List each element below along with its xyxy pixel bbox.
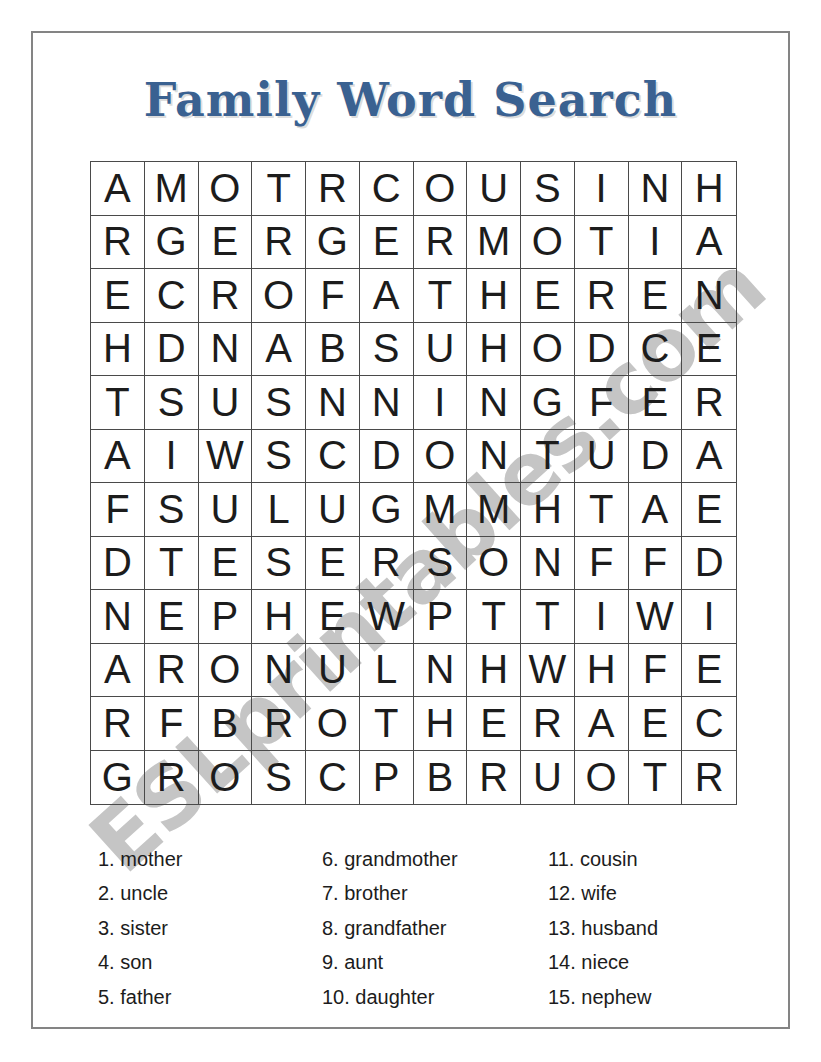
grid-cell-r8c2[interactable]: T bbox=[145, 537, 199, 591]
grid-cell-r6c12[interactable]: A bbox=[682, 430, 736, 484]
grid-cell-r7c4[interactable]: L bbox=[252, 483, 306, 537]
grid-cell-r9c11[interactable]: W bbox=[629, 590, 683, 644]
grid-cell-r10c11[interactable]: F bbox=[629, 644, 683, 698]
grid-cell-r11c12[interactable]: C bbox=[682, 697, 736, 751]
grid-cell-r11c6[interactable]: T bbox=[360, 697, 414, 751]
grid-cell-r3c5[interactable]: F bbox=[306, 269, 360, 323]
grid-cell-r4c7[interactable]: U bbox=[414, 323, 468, 377]
word-list-item-5: 5. father bbox=[98, 986, 322, 1009]
grid-cell-r2c11[interactable]: I bbox=[629, 216, 683, 270]
grid-cell-r6c8[interactable]: N bbox=[467, 430, 521, 484]
grid-cell-r10c10[interactable]: H bbox=[575, 644, 629, 698]
grid-cell-r4c10[interactable]: D bbox=[575, 323, 629, 377]
grid-cell-r12c8[interactable]: R bbox=[467, 751, 521, 805]
word-list-item-13: 13. husband bbox=[548, 917, 658, 940]
grid-cell-r12c11[interactable]: T bbox=[629, 751, 683, 805]
word-list-item-15: 15. nephew bbox=[548, 986, 658, 1009]
grid-cell-r4c9[interactable]: O bbox=[521, 323, 575, 377]
grid-cell-r4c5[interactable]: B bbox=[306, 323, 360, 377]
word-list-item-8: 8. grandfather bbox=[322, 917, 548, 940]
grid-cell-r1c11[interactable]: N bbox=[629, 162, 683, 216]
grid-cell-r2c2[interactable]: G bbox=[145, 216, 199, 270]
grid-cell-r11c8[interactable]: E bbox=[467, 697, 521, 751]
grid-cell-r11c4[interactable]: R bbox=[252, 697, 306, 751]
grid-cell-r11c9[interactable]: R bbox=[521, 697, 575, 751]
grid-cell-r10c4[interactable]: N bbox=[252, 644, 306, 698]
grid-cell-r5c2[interactable]: S bbox=[145, 376, 199, 430]
grid-cell-r9c4[interactable]: H bbox=[252, 590, 306, 644]
grid-cell-r6c2[interactable]: I bbox=[145, 430, 199, 484]
grid-cell-r2c8[interactable]: M bbox=[467, 216, 521, 270]
grid-cell-r3c2[interactable]: C bbox=[145, 269, 199, 323]
word-list-item-7: 7. brother bbox=[322, 882, 548, 905]
word-list-item-4: 4. son bbox=[98, 951, 322, 974]
word-list: 1. mother2. uncle3. sister4. son5. fathe… bbox=[98, 842, 658, 1015]
grid-cell-r1c7[interactable]: O bbox=[414, 162, 468, 216]
grid-cell-r4c4[interactable]: A bbox=[252, 323, 306, 377]
grid-cell-r4c12[interactable]: E bbox=[682, 323, 736, 377]
word-list-item-1: 1. mother bbox=[98, 848, 322, 871]
grid-cell-r12c7[interactable]: B bbox=[414, 751, 468, 805]
grid-cell-r2c5[interactable]: G bbox=[306, 216, 360, 270]
grid-cell-r5c3[interactable]: U bbox=[199, 376, 253, 430]
grid-cell-r8c7[interactable]: S bbox=[414, 537, 468, 591]
word-list-item-14: 14. niece bbox=[548, 951, 658, 974]
grid-cell-r3c6[interactable]: A bbox=[360, 269, 414, 323]
grid-cell-r2c3[interactable]: E bbox=[199, 216, 253, 270]
grid-cell-r3c8[interactable]: H bbox=[467, 269, 521, 323]
worksheet-page: Family Word Search ESLprintables.com AMO… bbox=[31, 31, 790, 1029]
grid-cell-r12c9[interactable]: U bbox=[521, 751, 575, 805]
grid-cell-r12c6[interactable]: P bbox=[360, 751, 414, 805]
grid-cell-r12c10[interactable]: O bbox=[575, 751, 629, 805]
grid-cell-r12c4[interactable]: S bbox=[252, 751, 306, 805]
grid-cell-r6c4[interactable]: S bbox=[252, 430, 306, 484]
grid-cell-r5c4[interactable]: S bbox=[252, 376, 306, 430]
grid-cell-r6c3[interactable]: W bbox=[199, 430, 253, 484]
grid-cell-r4c8[interactable]: H bbox=[467, 323, 521, 377]
grid-cell-r7c3[interactable]: U bbox=[199, 483, 253, 537]
grid-cell-r10c9[interactable]: W bbox=[521, 644, 575, 698]
grid-cell-r11c11[interactable]: E bbox=[629, 697, 683, 751]
grid-cell-r3c3[interactable]: R bbox=[199, 269, 253, 323]
grid-cell-r11c2[interactable]: F bbox=[145, 697, 199, 751]
grid-cell-r3c10[interactable]: R bbox=[575, 269, 629, 323]
grid-cell-r2c4[interactable]: R bbox=[252, 216, 306, 270]
word-list-item-3: 3. sister bbox=[98, 917, 322, 940]
grid-cell-r10c1[interactable]: A bbox=[91, 644, 145, 698]
grid-cell-r5c1[interactable]: T bbox=[91, 376, 145, 430]
grid-cell-r2c1[interactable]: R bbox=[91, 216, 145, 270]
grid-cell-r1c8[interactable]: U bbox=[467, 162, 521, 216]
grid-cell-r7c7[interactable]: M bbox=[414, 483, 468, 537]
grid-cell-r7c12[interactable]: E bbox=[682, 483, 736, 537]
grid-cell-r2c10[interactable]: T bbox=[575, 216, 629, 270]
grid-cell-r2c9[interactable]: O bbox=[521, 216, 575, 270]
grid-cell-r11c1[interactable]: R bbox=[91, 697, 145, 751]
grid-cell-r1c1[interactable]: A bbox=[91, 162, 145, 216]
grid-cell-r4c6[interactable]: S bbox=[360, 323, 414, 377]
grid-cell-r5c7[interactable]: I bbox=[414, 376, 468, 430]
grid-cell-r8c8[interactable]: O bbox=[467, 537, 521, 591]
grid-cell-r2c12[interactable]: A bbox=[682, 216, 736, 270]
grid-cell-r4c1[interactable]: H bbox=[91, 323, 145, 377]
grid-cell-r5c9[interactable]: G bbox=[521, 376, 575, 430]
grid-cell-r8c5[interactable]: E bbox=[306, 537, 360, 591]
word-list-item-10: 10. daughter bbox=[322, 986, 548, 1009]
grid-cell-r11c3[interactable]: B bbox=[199, 697, 253, 751]
grid-cell-r1c4[interactable]: T bbox=[252, 162, 306, 216]
grid-cell-r3c12[interactable]: N bbox=[682, 269, 736, 323]
grid-cell-r11c5[interactable]: O bbox=[306, 697, 360, 751]
grid-cell-r5c5[interactable]: N bbox=[306, 376, 360, 430]
grid-cell-r6c10[interactable]: U bbox=[575, 430, 629, 484]
grid-cell-r5c6[interactable]: N bbox=[360, 376, 414, 430]
grid-cell-r3c11[interactable]: E bbox=[629, 269, 683, 323]
word-list-item-11: 11. cousin bbox=[548, 848, 658, 871]
grid-cell-r9c9[interactable]: T bbox=[521, 590, 575, 644]
grid-cell-r1c2[interactable]: M bbox=[145, 162, 199, 216]
grid-cell-r1c3[interactable]: O bbox=[199, 162, 253, 216]
grid-cell-r10c5[interactable]: U bbox=[306, 644, 360, 698]
grid-cell-r5c10[interactable]: F bbox=[575, 376, 629, 430]
grid-cell-r11c10[interactable]: A bbox=[575, 697, 629, 751]
grid-cell-r3c7[interactable]: T bbox=[414, 269, 468, 323]
grid-cell-r6c9[interactable]: T bbox=[521, 430, 575, 484]
word-list-item-9: 9. aunt bbox=[322, 951, 548, 974]
grid-cell-r7c11[interactable]: A bbox=[629, 483, 683, 537]
grid-cell-r8c12[interactable]: D bbox=[682, 537, 736, 591]
grid-cell-r8c4[interactable]: S bbox=[252, 537, 306, 591]
grid-cell-r9c7[interactable]: P bbox=[414, 590, 468, 644]
grid-cell-r2c6[interactable]: E bbox=[360, 216, 414, 270]
grid-cell-r5c12[interactable]: R bbox=[682, 376, 736, 430]
grid-cell-r8c10[interactable]: F bbox=[575, 537, 629, 591]
grid-cell-r1c10[interactable]: I bbox=[575, 162, 629, 216]
grid-cell-r6c6[interactable]: D bbox=[360, 430, 414, 484]
grid-cell-r9c2[interactable]: E bbox=[145, 590, 199, 644]
word-search-grid: AMOTRCOUSINHRGERGERMOTIAECROFATHERENHDNA… bbox=[90, 161, 737, 805]
grid-cell-r10c7[interactable]: N bbox=[414, 644, 468, 698]
grid-cell-r3c4[interactable]: O bbox=[252, 269, 306, 323]
grid-cell-r8c6[interactable]: R bbox=[360, 537, 414, 591]
grid-cell-r4c11[interactable]: C bbox=[629, 323, 683, 377]
grid-cell-r8c3[interactable]: E bbox=[199, 537, 253, 591]
grid-cell-r7c5[interactable]: U bbox=[306, 483, 360, 537]
grid-cell-r7c1[interactable]: F bbox=[91, 483, 145, 537]
grid-cell-r12c1[interactable]: G bbox=[91, 751, 145, 805]
grid-cell-r12c3[interactable]: O bbox=[199, 751, 253, 805]
grid-cell-r8c9[interactable]: N bbox=[521, 537, 575, 591]
word-list-item-2: 2. uncle bbox=[98, 882, 322, 905]
grid-cell-r1c12[interactable]: H bbox=[682, 162, 736, 216]
grid-cell-r7c2[interactable]: S bbox=[145, 483, 199, 537]
grid-cell-r4c3[interactable]: N bbox=[199, 323, 253, 377]
grid-cell-r9c5[interactable]: E bbox=[306, 590, 360, 644]
grid-cell-r6c11[interactable]: D bbox=[629, 430, 683, 484]
grid-cell-r5c11[interactable]: E bbox=[629, 376, 683, 430]
grid-cell-r12c2[interactable]: R bbox=[145, 751, 199, 805]
grid-cell-r10c3[interactable]: O bbox=[199, 644, 253, 698]
grid-cell-r3c9[interactable]: E bbox=[521, 269, 575, 323]
grid-cell-r1c6[interactable]: C bbox=[360, 162, 414, 216]
grid-cell-r1c5[interactable]: R bbox=[306, 162, 360, 216]
word-list-item-12: 12. wife bbox=[548, 882, 658, 905]
grid-cell-r10c6[interactable]: L bbox=[360, 644, 414, 698]
grid-cell-r10c12[interactable]: E bbox=[682, 644, 736, 698]
grid-cell-r11c7[interactable]: H bbox=[414, 697, 468, 751]
grid-cell-r9c1[interactable]: N bbox=[91, 590, 145, 644]
grid-cell-r1c9[interactable]: S bbox=[521, 162, 575, 216]
grid-cell-r12c12[interactable]: R bbox=[682, 751, 736, 805]
grid-cell-r7c10[interactable]: T bbox=[575, 483, 629, 537]
grid-cell-r10c8[interactable]: H bbox=[467, 644, 521, 698]
grid-cell-r9c8[interactable]: T bbox=[467, 590, 521, 644]
grid-cell-r10c2[interactable]: R bbox=[145, 644, 199, 698]
grid-cell-r6c5[interactable]: C bbox=[306, 430, 360, 484]
grid-cell-r7c8[interactable]: M bbox=[467, 483, 521, 537]
grid-cell-r3c1[interactable]: E bbox=[91, 269, 145, 323]
grid-cell-r4c2[interactable]: D bbox=[145, 323, 199, 377]
word-list-item-6: 6. grandmother bbox=[322, 848, 548, 871]
grid-cell-r12c5[interactable]: C bbox=[306, 751, 360, 805]
grid-cell-r6c1[interactable]: A bbox=[91, 430, 145, 484]
grid-cell-r6c7[interactable]: O bbox=[414, 430, 468, 484]
grid-cell-r7c9[interactable]: H bbox=[521, 483, 575, 537]
page-title: Family Word Search bbox=[33, 73, 788, 127]
grid-cell-r9c3[interactable]: P bbox=[199, 590, 253, 644]
grid-cell-r8c11[interactable]: F bbox=[629, 537, 683, 591]
grid-cell-r9c6[interactable]: W bbox=[360, 590, 414, 644]
grid-cell-r8c1[interactable]: D bbox=[91, 537, 145, 591]
grid-cell-r7c6[interactable]: G bbox=[360, 483, 414, 537]
grid-cell-r5c8[interactable]: N bbox=[467, 376, 521, 430]
grid-cell-r9c12[interactable]: I bbox=[682, 590, 736, 644]
grid-cell-r9c10[interactable]: I bbox=[575, 590, 629, 644]
grid-cell-r2c7[interactable]: R bbox=[414, 216, 468, 270]
